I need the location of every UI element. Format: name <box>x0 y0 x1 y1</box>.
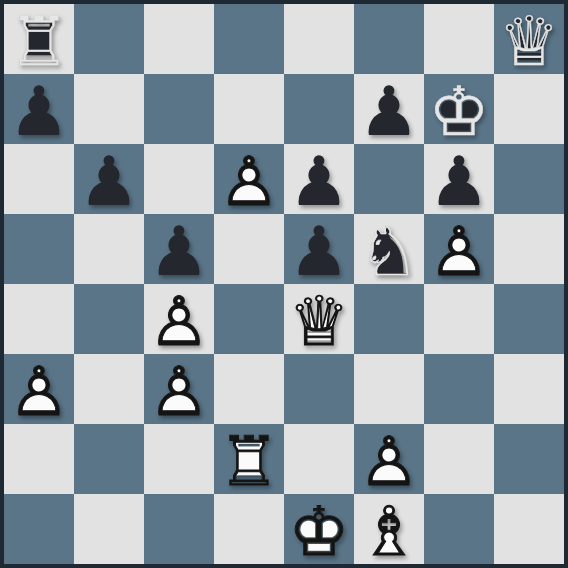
square-g6[interactable]: ♟ <box>424 144 494 214</box>
piece-glyph-detail: ♔ <box>424 77 494 147</box>
square-c3[interactable]: ♟♙ <box>144 354 214 424</box>
square-e4[interactable]: ♛♕ <box>284 284 354 354</box>
square-g2[interactable] <box>424 424 494 494</box>
square-h5[interactable] <box>494 214 564 284</box>
black-pawn[interactable]: ♟ <box>4 74 74 144</box>
piece-glyph-base: ♟ <box>284 217 354 287</box>
square-c1[interactable] <box>144 494 214 564</box>
square-d7[interactable] <box>214 74 284 144</box>
square-c7[interactable] <box>144 74 214 144</box>
piece-glyph-base: ♟ <box>144 217 214 287</box>
square-e2[interactable] <box>284 424 354 494</box>
square-a6[interactable] <box>4 144 74 214</box>
square-e6[interactable]: ♟ <box>284 144 354 214</box>
square-g7[interactable]: ♚♔ <box>424 74 494 144</box>
piece-glyph-base: ♟ <box>4 77 74 147</box>
piece-glyph-detail: ♙ <box>354 427 424 497</box>
square-h2[interactable] <box>494 424 564 494</box>
piece-glyph-base: ♟ <box>74 147 144 217</box>
square-e7[interactable] <box>284 74 354 144</box>
black-pawn[interactable]: ♟ <box>424 144 494 214</box>
piece-glyph-detail: ♖ <box>4 7 74 77</box>
black-pawn[interactable]: ♟ <box>354 74 424 144</box>
square-f2[interactable]: ♟♙ <box>354 424 424 494</box>
square-d5[interactable] <box>214 214 284 284</box>
piece-glyph-detail: ♙ <box>144 287 214 357</box>
square-a3[interactable]: ♟♙ <box>4 354 74 424</box>
square-e5[interactable]: ♟ <box>284 214 354 284</box>
chess-board: ♜♖♛♕♟♟♚♔♟♟♙♟♟♟♟♞♘♟♙♟♙♛♕♟♙♟♙♜♖♟♙♚♔♝♗ <box>4 4 564 564</box>
piece-glyph-base: ♟ <box>424 147 494 217</box>
chess-board-frame: ♜♖♛♕♟♟♚♔♟♟♙♟♟♟♟♞♘♟♙♟♙♛♕♟♙♟♙♜♖♟♙♚♔♝♗ <box>0 0 568 568</box>
white-pawn[interactable]: ♟♙ <box>354 424 424 494</box>
white-pawn[interactable]: ♟♙ <box>424 214 494 284</box>
square-c2[interactable] <box>144 424 214 494</box>
square-e3[interactable] <box>284 354 354 424</box>
square-c5[interactable]: ♟ <box>144 214 214 284</box>
square-h8[interactable]: ♛♕ <box>494 4 564 74</box>
black-king[interactable]: ♚♔ <box>424 74 494 144</box>
square-g5[interactable]: ♟♙ <box>424 214 494 284</box>
square-b6[interactable]: ♟ <box>74 144 144 214</box>
square-b8[interactable] <box>74 4 144 74</box>
piece-glyph-detail: ♙ <box>424 217 494 287</box>
piece-glyph-detail: ♖ <box>214 427 284 497</box>
square-a2[interactable] <box>4 424 74 494</box>
piece-glyph-base: ♟ <box>284 147 354 217</box>
piece-glyph-detail: ♗ <box>354 497 424 567</box>
square-d6[interactable]: ♟♙ <box>214 144 284 214</box>
square-b1[interactable] <box>74 494 144 564</box>
white-king[interactable]: ♚♔ <box>284 494 354 564</box>
white-pawn[interactable]: ♟♙ <box>4 354 74 424</box>
square-a5[interactable] <box>4 214 74 284</box>
square-d3[interactable] <box>214 354 284 424</box>
square-c6[interactable] <box>144 144 214 214</box>
square-d4[interactable] <box>214 284 284 354</box>
square-h4[interactable] <box>494 284 564 354</box>
square-c8[interactable] <box>144 4 214 74</box>
piece-glyph-base: ♟ <box>354 77 424 147</box>
square-b3[interactable] <box>74 354 144 424</box>
black-pawn[interactable]: ♟ <box>284 214 354 284</box>
black-queen[interactable]: ♛♕ <box>494 4 564 74</box>
square-a4[interactable] <box>4 284 74 354</box>
square-d2[interactable]: ♜♖ <box>214 424 284 494</box>
square-g3[interactable] <box>424 354 494 424</box>
white-rook[interactable]: ♜♖ <box>214 424 284 494</box>
square-b5[interactable] <box>74 214 144 284</box>
square-d1[interactable] <box>214 494 284 564</box>
white-bishop[interactable]: ♝♗ <box>354 494 424 564</box>
square-f1[interactable]: ♝♗ <box>354 494 424 564</box>
square-h7[interactable] <box>494 74 564 144</box>
square-b4[interactable] <box>74 284 144 354</box>
piece-glyph-detail: ♙ <box>4 357 74 427</box>
white-pawn[interactable]: ♟♙ <box>214 144 284 214</box>
black-knight[interactable]: ♞♘ <box>354 214 424 284</box>
square-h3[interactable] <box>494 354 564 424</box>
square-h6[interactable] <box>494 144 564 214</box>
square-f7[interactable]: ♟ <box>354 74 424 144</box>
piece-glyph-detail: ♕ <box>494 7 564 77</box>
white-pawn[interactable]: ♟♙ <box>144 354 214 424</box>
black-pawn[interactable]: ♟ <box>284 144 354 214</box>
square-c4[interactable]: ♟♙ <box>144 284 214 354</box>
square-g8[interactable] <box>424 4 494 74</box>
black-pawn[interactable]: ♟ <box>74 144 144 214</box>
piece-glyph-detail: ♔ <box>284 497 354 567</box>
piece-glyph-detail: ♕ <box>284 287 354 357</box>
square-f8[interactable] <box>354 4 424 74</box>
square-g1[interactable] <box>424 494 494 564</box>
white-queen[interactable]: ♛♕ <box>284 284 354 354</box>
square-a1[interactable] <box>4 494 74 564</box>
square-f3[interactable] <box>354 354 424 424</box>
square-a7[interactable]: ♟ <box>4 74 74 144</box>
square-e8[interactable] <box>284 4 354 74</box>
square-a8[interactable]: ♜♖ <box>4 4 74 74</box>
square-f6[interactable] <box>354 144 424 214</box>
black-rook[interactable]: ♜♖ <box>4 4 74 74</box>
piece-glyph-detail: ♙ <box>144 357 214 427</box>
square-g4[interactable] <box>424 284 494 354</box>
square-h1[interactable] <box>494 494 564 564</box>
black-pawn[interactable]: ♟ <box>144 214 214 284</box>
square-b2[interactable] <box>74 424 144 494</box>
square-d8[interactable] <box>214 4 284 74</box>
square-f5[interactable]: ♞♘ <box>354 214 424 284</box>
square-b7[interactable] <box>74 74 144 144</box>
piece-glyph-detail: ♙ <box>214 147 284 217</box>
piece-glyph-detail: ♘ <box>354 217 424 287</box>
square-e1[interactable]: ♚♔ <box>284 494 354 564</box>
square-f4[interactable] <box>354 284 424 354</box>
white-pawn[interactable]: ♟♙ <box>144 284 214 354</box>
